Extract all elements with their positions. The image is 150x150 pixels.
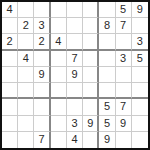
cell-empty-r4c7[interactable] bbox=[99, 51, 115, 67]
cell-given-r7c8: 7 bbox=[116, 99, 132, 115]
cell-empty-r7c4[interactable] bbox=[51, 99, 67, 115]
cell-empty-r7c3[interactable] bbox=[34, 99, 50, 115]
cell-empty-r2c4[interactable] bbox=[51, 18, 67, 34]
cell-empty-r5c9[interactable] bbox=[132, 67, 148, 83]
cell-given-r9c5: 4 bbox=[67, 132, 83, 148]
cell-empty-r9c1[interactable] bbox=[2, 132, 18, 148]
cell-empty-r9c2[interactable] bbox=[18, 132, 34, 148]
cell-empty-r2c6[interactable] bbox=[83, 18, 99, 34]
cell-empty-r4c1[interactable] bbox=[2, 51, 18, 67]
cell-given-r2c2: 2 bbox=[18, 18, 34, 34]
cell-given-r3c3: 2 bbox=[34, 34, 50, 50]
cell-empty-r2c1[interactable] bbox=[2, 18, 18, 34]
cell-empty-r6c4[interactable] bbox=[51, 83, 67, 99]
cell-given-r2c3: 3 bbox=[34, 18, 50, 34]
cell-empty-r3c2[interactable] bbox=[18, 34, 34, 50]
cell-given-r3c4: 4 bbox=[51, 34, 67, 50]
cell-given-r8c8: 9 bbox=[116, 116, 132, 132]
cell-empty-r5c7[interactable] bbox=[99, 67, 115, 83]
cell-given-r2c8: 7 bbox=[116, 18, 132, 34]
cell-empty-r4c3[interactable] bbox=[34, 51, 50, 67]
cell-empty-r3c5[interactable] bbox=[67, 34, 83, 50]
cell-empty-r5c2[interactable] bbox=[18, 67, 34, 83]
cell-empty-r2c5[interactable] bbox=[67, 18, 83, 34]
cell-empty-r5c8[interactable] bbox=[116, 67, 132, 83]
cell-given-r4c8: 3 bbox=[116, 51, 132, 67]
cell-empty-r8c1[interactable] bbox=[2, 116, 18, 132]
cell-given-r3c1: 2 bbox=[2, 34, 18, 50]
cell-empty-r8c3[interactable] bbox=[34, 116, 50, 132]
cell-empty-r6c9[interactable] bbox=[132, 83, 148, 99]
cell-empty-r2c9[interactable] bbox=[132, 18, 148, 34]
cell-empty-r3c8[interactable] bbox=[116, 34, 132, 50]
cell-given-r2c7: 8 bbox=[99, 18, 115, 34]
cell-given-r3c9: 3 bbox=[132, 34, 148, 50]
cell-given-r9c3: 7 bbox=[34, 132, 50, 148]
cell-empty-r9c9[interactable] bbox=[132, 132, 148, 148]
cell-given-r1c8: 5 bbox=[116, 2, 132, 18]
cell-empty-r8c4[interactable] bbox=[51, 116, 67, 132]
cell-empty-r5c1[interactable] bbox=[2, 67, 18, 83]
cell-empty-r7c1[interactable] bbox=[2, 99, 18, 115]
cell-given-r8c5: 3 bbox=[67, 116, 83, 132]
cell-empty-r1c7[interactable] bbox=[99, 2, 115, 18]
cell-given-r8c6: 9 bbox=[83, 116, 99, 132]
cell-empty-r8c2[interactable] bbox=[18, 116, 34, 132]
cell-empty-r8c9[interactable] bbox=[132, 116, 148, 132]
cell-empty-r6c7[interactable] bbox=[99, 83, 115, 99]
cell-empty-r6c8[interactable] bbox=[116, 83, 132, 99]
cell-empty-r6c6[interactable] bbox=[83, 83, 99, 99]
cell-empty-r6c3[interactable] bbox=[34, 83, 50, 99]
cell-given-r7c7: 5 bbox=[99, 99, 115, 115]
cell-empty-r1c6[interactable] bbox=[83, 2, 99, 18]
cell-given-r4c2: 4 bbox=[18, 51, 34, 67]
cell-given-r5c5: 9 bbox=[67, 67, 83, 83]
cell-empty-r4c4[interactable] bbox=[51, 51, 67, 67]
cell-given-r1c1: 4 bbox=[2, 2, 18, 18]
cell-given-r8c7: 5 bbox=[99, 116, 115, 132]
cell-empty-r7c5[interactable] bbox=[67, 99, 83, 115]
cell-empty-r5c6[interactable] bbox=[83, 67, 99, 83]
cell-empty-r3c7[interactable] bbox=[99, 34, 115, 50]
cell-given-r4c9: 5 bbox=[132, 51, 148, 67]
cell-empty-r6c1[interactable] bbox=[2, 83, 18, 99]
cell-given-r1c9: 9 bbox=[132, 2, 148, 18]
sudoku-board: 45923872243473599573959749 bbox=[0, 0, 150, 150]
cell-empty-r4c6[interactable] bbox=[83, 51, 99, 67]
cell-empty-r7c2[interactable] bbox=[18, 99, 34, 115]
cell-empty-r1c2[interactable] bbox=[18, 2, 34, 18]
cell-empty-r1c4[interactable] bbox=[51, 2, 67, 18]
cell-empty-r3c6[interactable] bbox=[83, 34, 99, 50]
cell-empty-r9c4[interactable] bbox=[51, 132, 67, 148]
cell-empty-r6c2[interactable] bbox=[18, 83, 34, 99]
cell-empty-r9c6[interactable] bbox=[83, 132, 99, 148]
cell-given-r4c5: 7 bbox=[67, 51, 83, 67]
cell-empty-r7c6[interactable] bbox=[83, 99, 99, 115]
cell-empty-r1c5[interactable] bbox=[67, 2, 83, 18]
cell-given-r9c7: 9 bbox=[99, 132, 115, 148]
cell-given-r5c3: 9 bbox=[34, 67, 50, 83]
cell-empty-r9c8[interactable] bbox=[116, 132, 132, 148]
cell-empty-r7c9[interactable] bbox=[132, 99, 148, 115]
cell-empty-r1c3[interactable] bbox=[34, 2, 50, 18]
cell-empty-r5c4[interactable] bbox=[51, 67, 67, 83]
cell-empty-r6c5[interactable] bbox=[67, 83, 83, 99]
